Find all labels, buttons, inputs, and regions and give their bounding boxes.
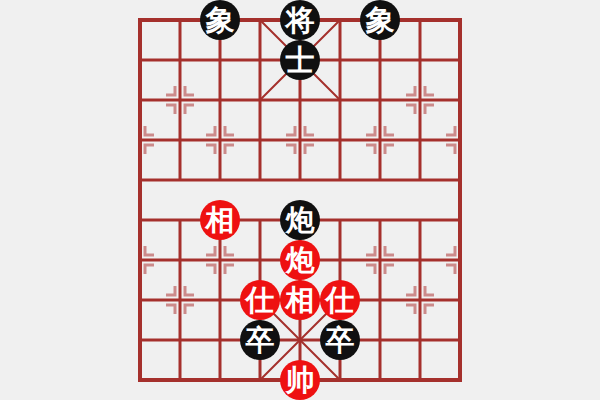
red-elephant[interactable]: 相: [200, 200, 240, 240]
pieces-layer: 象将象士相炮炮仕相仕卒卒帅: [120, 0, 480, 400]
screen: { "game": "xiangqi", "position": { "fen"…: [0, 0, 600, 400]
red-advisor[interactable]: 仕: [240, 280, 280, 320]
red-elephant[interactable]: 相: [280, 280, 320, 320]
black-elephant[interactable]: 象: [200, 0, 240, 40]
black-general[interactable]: 将: [280, 0, 320, 40]
black-elephant[interactable]: 象: [360, 0, 400, 40]
red-advisor[interactable]: 仕: [320, 280, 360, 320]
black-cannon[interactable]: 炮: [280, 200, 320, 240]
black-soldier[interactable]: 卒: [320, 320, 360, 360]
red-general[interactable]: 帅: [280, 360, 320, 400]
xiangqi-board[interactable]: 象将象士相炮炮仕相仕卒卒帅: [120, 0, 480, 400]
black-advisor[interactable]: 士: [280, 40, 320, 80]
black-soldier[interactable]: 卒: [240, 320, 280, 360]
red-cannon[interactable]: 炮: [280, 240, 320, 280]
